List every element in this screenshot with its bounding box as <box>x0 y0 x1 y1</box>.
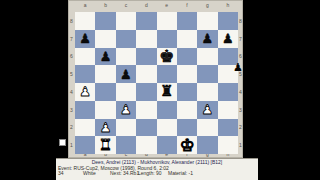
square-b8[interactable] <box>95 12 115 30</box>
rank-label-6: 6 <box>68 48 75 66</box>
status-move-number: 34 <box>58 171 64 176</box>
square-a7[interactable]: ♟ <box>75 30 95 48</box>
square-c4[interactable] <box>116 83 136 101</box>
square-d5[interactable] <box>136 65 156 83</box>
square-e7[interactable] <box>157 30 177 48</box>
square-a6[interactable] <box>75 48 95 66</box>
rank-label-3: 3 <box>238 101 243 119</box>
square-a3[interactable] <box>75 101 95 119</box>
white-rook-piece: ♜ <box>99 138 112 153</box>
square-c3[interactable]: ♟ <box>116 101 136 119</box>
white-king-piece: ♚ <box>179 137 194 154</box>
square-c8[interactable] <box>116 12 136 30</box>
square-b5[interactable] <box>95 65 115 83</box>
square-b3[interactable] <box>95 101 115 119</box>
status-side-to-move: White <box>83 171 96 176</box>
rank-label-7: 7 <box>68 30 75 48</box>
square-f7[interactable] <box>177 30 197 48</box>
square-d6[interactable] <box>136 48 156 66</box>
file-labels-top: abcdefgh <box>75 2 238 11</box>
square-g2[interactable] <box>197 119 217 137</box>
square-h8[interactable] <box>218 12 238 30</box>
square-a1[interactable] <box>75 136 95 154</box>
square-a4[interactable]: ♟ <box>75 83 95 101</box>
rank-label-1: 1 <box>68 136 75 154</box>
square-g3[interactable]: ♟ <box>197 101 217 119</box>
white-to-move-marker <box>59 139 66 146</box>
rank-label-2: 2 <box>68 119 75 137</box>
white-pawn-piece: ♟ <box>100 121 112 134</box>
black-material-pawn-icon: ♟ <box>233 62 243 73</box>
square-h4[interactable] <box>218 83 238 101</box>
rank-label-1: 1 <box>238 136 243 154</box>
square-g7[interactable]: ♟ <box>197 30 217 48</box>
white-pawn-piece: ♟ <box>79 85 91 98</box>
square-h2[interactable] <box>218 119 238 137</box>
square-f8[interactable] <box>177 12 197 30</box>
square-e5[interactable] <box>157 65 177 83</box>
rank-label-4: 4 <box>238 83 243 101</box>
black-pawn-piece: ♟ <box>120 68 132 81</box>
square-e6[interactable]: ♚ <box>157 48 177 66</box>
square-g5[interactable] <box>197 65 217 83</box>
black-pawn-piece: ♟ <box>222 32 234 45</box>
square-d8[interactable] <box>136 12 156 30</box>
rank-label-8: 8 <box>238 12 243 30</box>
file-label-f: f <box>177 2 197 11</box>
square-d1[interactable] <box>136 136 156 154</box>
square-a8[interactable] <box>75 12 95 30</box>
square-f1[interactable]: ♚ <box>177 136 197 154</box>
square-d7[interactable] <box>136 30 156 48</box>
rank-labels-left: 87654321 <box>68 12 75 154</box>
square-e3[interactable] <box>157 101 177 119</box>
chess-board: ♟♟♟♟♚♟♟♜♟♟♟♜♚ <box>75 12 238 154</box>
square-f5[interactable] <box>177 65 197 83</box>
square-d3[interactable] <box>136 101 156 119</box>
square-d2[interactable] <box>136 119 156 137</box>
black-rook-piece: ♜ <box>160 84 173 99</box>
file-label-b: b <box>95 2 115 11</box>
game-info-panel: Dees, Andrei (2113) - Mukhovnikov, Alexa… <box>56 158 258 180</box>
white-pawn-piece: ♟ <box>120 103 132 116</box>
status-material: Material: -1 <box>168 171 193 176</box>
rank-label-7: 7 <box>238 30 243 48</box>
status-next-move: Next: 34.Rb1 <box>110 171 139 176</box>
square-e2[interactable] <box>157 119 177 137</box>
square-g8[interactable] <box>197 12 217 30</box>
square-b4[interactable] <box>95 83 115 101</box>
square-c7[interactable] <box>116 30 136 48</box>
square-b2[interactable]: ♟ <box>95 119 115 137</box>
rank-label-2: 2 <box>238 119 243 137</box>
file-label-e: e <box>157 2 177 11</box>
rank-label-5: 5 <box>68 65 75 83</box>
square-c2[interactable] <box>116 119 136 137</box>
square-g6[interactable] <box>197 48 217 66</box>
thumbnail-stage: abcdefgh abcdefgh 87654321 87654321 ♟♟♟♟… <box>0 0 320 180</box>
square-a2[interactable] <box>75 119 95 137</box>
file-label-c: c <box>116 2 136 11</box>
black-pawn-piece: ♟ <box>100 50 112 63</box>
square-e1[interactable] <box>157 136 177 154</box>
file-label-d: d <box>136 2 156 11</box>
square-g4[interactable] <box>197 83 217 101</box>
square-c1[interactable] <box>116 136 136 154</box>
square-h3[interactable] <box>218 101 238 119</box>
rank-label-4: 4 <box>68 83 75 101</box>
rank-label-3: 3 <box>68 101 75 119</box>
square-c6[interactable] <box>116 48 136 66</box>
square-b6[interactable]: ♟ <box>95 48 115 66</box>
black-pawn-piece: ♟ <box>202 32 214 45</box>
file-label-h: h <box>218 2 238 11</box>
square-b1[interactable]: ♜ <box>95 136 115 154</box>
file-label-a: a <box>75 2 95 11</box>
black-king-piece: ♚ <box>159 48 174 65</box>
rank-labels-right: 87654321 <box>238 12 243 154</box>
square-f4[interactable] <box>177 83 197 101</box>
black-pawn-piece: ♟ <box>79 32 91 45</box>
square-f2[interactable] <box>177 119 197 137</box>
square-b7[interactable] <box>95 30 115 48</box>
square-h7[interactable]: ♟ <box>218 30 238 48</box>
square-h1[interactable] <box>218 136 238 154</box>
white-pawn-piece: ♟ <box>202 103 214 116</box>
square-g1[interactable] <box>197 136 217 154</box>
status-length: Length: 90 <box>138 171 162 176</box>
square-c5[interactable]: ♟ <box>116 65 136 83</box>
square-e4[interactable]: ♜ <box>157 83 177 101</box>
square-e8[interactable] <box>157 12 177 30</box>
square-f6[interactable] <box>177 48 197 66</box>
file-label-g: g <box>197 2 217 11</box>
square-f3[interactable] <box>177 101 197 119</box>
square-d4[interactable] <box>136 83 156 101</box>
square-a5[interactable] <box>75 65 95 83</box>
rank-label-8: 8 <box>68 12 75 30</box>
